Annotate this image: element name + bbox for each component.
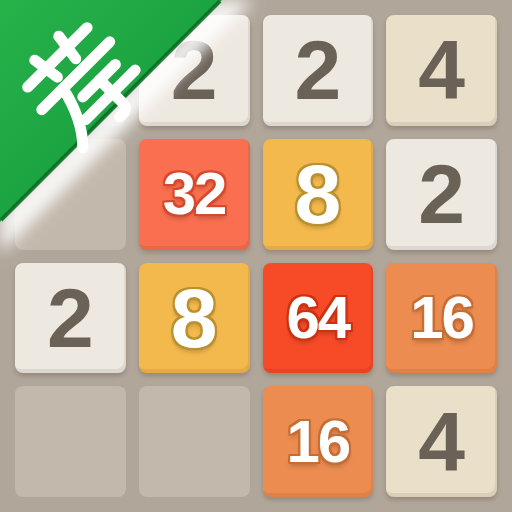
tile-4: 4 [386, 15, 497, 126]
tile-64: 64 [263, 263, 374, 374]
tile-16: 16 [386, 263, 497, 374]
tile-2: 2 [139, 15, 250, 126]
board-2048[interactable]: 2243282286416164 [0, 0, 512, 512]
tile-32: 32 [139, 139, 250, 250]
cell-empty [15, 15, 126, 126]
tile-8: 8 [139, 263, 250, 374]
cell-empty [15, 139, 126, 250]
tile-2: 2 [263, 15, 374, 126]
tile-16: 16 [263, 386, 374, 497]
cell-empty [139, 386, 250, 497]
tile-2: 2 [15, 263, 126, 374]
tile-8: 8 [263, 139, 374, 250]
cell-empty [15, 386, 126, 497]
tile-4: 4 [386, 386, 497, 497]
tile-2: 2 [386, 139, 497, 250]
